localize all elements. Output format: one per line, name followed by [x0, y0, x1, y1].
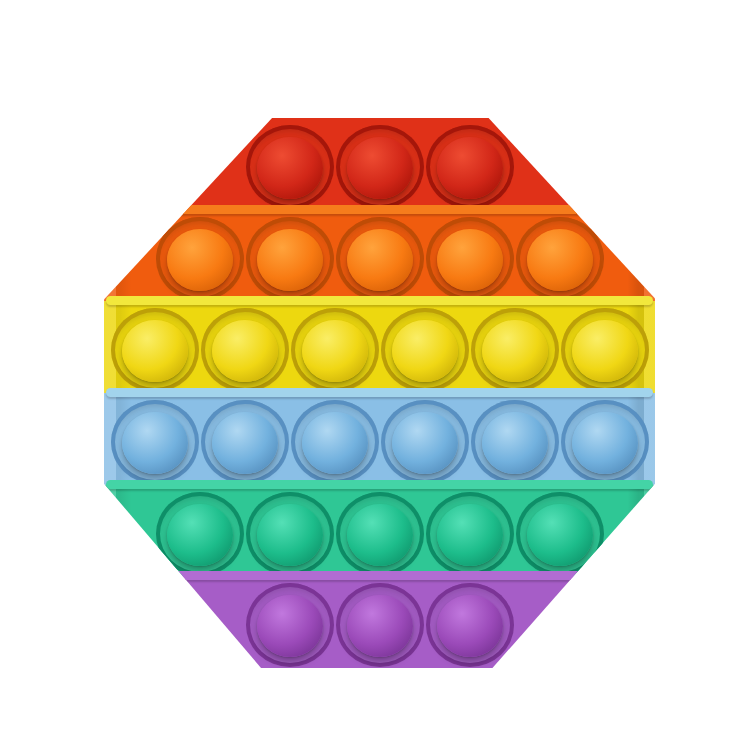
bubble-dome-green-1 — [167, 504, 233, 566]
bubble-blue-4[interactable] — [381, 400, 469, 484]
bubble-dome-orange-3 — [347, 229, 413, 291]
bubble-red-3[interactable] — [426, 125, 514, 209]
bubble-dome-yellow-4 — [392, 320, 458, 382]
bubble-row-orange — [104, 210, 655, 305]
bubble-blue-3[interactable] — [291, 400, 379, 484]
bubble-red-2[interactable] — [336, 125, 424, 209]
bubble-dome-blue-1 — [122, 412, 188, 474]
row-divider-ridge-purple — [106, 571, 653, 580]
product-photo-stage — [0, 0, 750, 750]
bubble-blue-6[interactable] — [561, 400, 649, 484]
bubble-blue-5[interactable] — [471, 400, 559, 484]
bubble-yellow-5[interactable] — [471, 308, 559, 392]
bubble-dome-blue-4 — [392, 412, 458, 474]
band-purple — [104, 576, 655, 668]
bubble-dome-orange-4 — [437, 229, 503, 291]
bubble-dome-blue-2 — [212, 412, 278, 474]
bubble-dome-yellow-5 — [482, 320, 548, 382]
bubble-yellow-3[interactable] — [291, 308, 379, 392]
bubble-dome-yellow-1 — [122, 320, 188, 382]
bubble-green-3[interactable] — [336, 492, 424, 576]
bubble-orange-5[interactable] — [516, 217, 604, 301]
bubble-dome-orange-2 — [257, 229, 323, 291]
band-blue — [104, 393, 655, 485]
bubble-green-2[interactable] — [246, 492, 334, 576]
bubble-green-1[interactable] — [156, 492, 244, 576]
bubble-row-blue — [104, 393, 655, 488]
bubble-green-5[interactable] — [516, 492, 604, 576]
bubble-row-green — [104, 485, 655, 580]
band-orange — [104, 210, 655, 302]
bubble-dome-purple-1 — [257, 595, 323, 657]
bubble-green-4[interactable] — [426, 492, 514, 576]
bubble-dome-green-5 — [527, 504, 593, 566]
row-divider-ridge-green — [106, 480, 653, 489]
bubble-blue-2[interactable] — [201, 400, 289, 484]
bubble-dome-orange-1 — [167, 229, 233, 291]
bubble-dome-blue-6 — [572, 412, 638, 474]
bubble-orange-3[interactable] — [336, 217, 424, 301]
bubble-dome-purple-3 — [437, 595, 503, 657]
row-divider-ridge-blue — [106, 388, 653, 397]
bubble-red-1[interactable] — [246, 125, 334, 209]
bubble-dome-yellow-3 — [302, 320, 368, 382]
bubble-yellow-1[interactable] — [111, 308, 199, 392]
bubble-yellow-6[interactable] — [561, 308, 649, 392]
band-yellow — [104, 301, 655, 393]
row-divider-ridge-yellow — [106, 296, 653, 305]
bubble-orange-1[interactable] — [156, 217, 244, 301]
band-green — [104, 485, 655, 577]
bubble-purple-2[interactable] — [336, 583, 424, 667]
bubble-yellow-2[interactable] — [201, 308, 289, 392]
bubble-purple-3[interactable] — [426, 583, 514, 667]
bubble-dome-yellow-6 — [572, 320, 638, 382]
bubble-dome-purple-2 — [347, 595, 413, 657]
bubble-row-red — [104, 118, 655, 213]
bubble-dome-blue-3 — [302, 412, 368, 474]
bubble-dome-green-2 — [257, 504, 323, 566]
bubble-dome-yellow-2 — [212, 320, 278, 382]
bubble-orange-4[interactable] — [426, 217, 514, 301]
bubble-dome-orange-5 — [527, 229, 593, 291]
bubble-dome-red-3 — [437, 137, 503, 199]
bubble-dome-red-1 — [257, 137, 323, 199]
bubble-purple-1[interactable] — [246, 583, 334, 667]
pop-it-board — [104, 118, 655, 668]
bubble-dome-green-3 — [347, 504, 413, 566]
bubble-dome-blue-5 — [482, 412, 548, 474]
bubble-row-purple — [104, 576, 655, 671]
bubble-blue-1[interactable] — [111, 400, 199, 484]
row-divider-ridge-orange — [106, 205, 653, 214]
bubble-row-yellow — [104, 301, 655, 396]
bubble-orange-2[interactable] — [246, 217, 334, 301]
bubble-yellow-4[interactable] — [381, 308, 469, 392]
bubble-dome-green-4 — [437, 504, 503, 566]
band-red — [104, 118, 655, 210]
bubble-dome-red-2 — [347, 137, 413, 199]
